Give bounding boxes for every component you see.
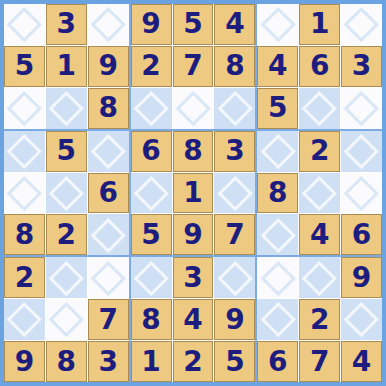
given-digit: 9 (15, 348, 34, 376)
cell-r1c5: 5 (173, 4, 214, 45)
cell-r8c8: 2 (299, 299, 340, 340)
cell-r9c3: 3 (88, 341, 129, 382)
cell-r9c9: 4 (341, 341, 382, 382)
diamond-pattern (260, 134, 295, 169)
cell-r5c9[interactable] (341, 173, 382, 214)
cell-r8c4: 8 (131, 299, 172, 340)
sudoku-boxes: 3519895427814635568268315972846279833849… (4, 4, 382, 382)
diamond-pattern (302, 260, 337, 295)
given-digit: 8 (225, 52, 244, 80)
given-digit: 6 (268, 348, 287, 376)
given-digit: 3 (225, 137, 244, 165)
cell-r2c2: 1 (46, 46, 87, 87)
cell-r5c4[interactable] (131, 173, 172, 214)
cell-r7c1: 2 (4, 257, 45, 298)
given-digit: 5 (15, 52, 34, 80)
given-digit: 3 (352, 52, 371, 80)
given-digit: 7 (310, 348, 329, 376)
given-digit: 2 (183, 348, 202, 376)
cell-r1c1[interactable] (4, 4, 45, 45)
cell-r1c3[interactable] (88, 4, 129, 45)
cell-r2c8: 6 (299, 46, 340, 87)
given-digit: 2 (141, 52, 160, 80)
given-digit: 1 (141, 348, 160, 376)
box-2-3: 2846 (257, 131, 382, 256)
diamond-pattern (49, 260, 84, 295)
cell-r5c6[interactable] (214, 173, 255, 214)
cell-r7c7[interactable] (257, 257, 298, 298)
given-digit: 7 (98, 306, 117, 334)
given-digit: 7 (183, 52, 202, 80)
cell-r3c6[interactable] (214, 88, 255, 129)
cell-r9c2: 8 (46, 341, 87, 382)
diamond-pattern (302, 176, 337, 211)
cell-r1c2: 3 (46, 4, 87, 45)
cell-r6c1: 8 (4, 214, 45, 255)
given-digit: 4 (352, 348, 371, 376)
box-3-1: 27983 (4, 257, 129, 382)
cell-r6c9: 6 (341, 214, 382, 255)
given-digit: 2 (310, 137, 329, 165)
given-digit: 8 (183, 137, 202, 165)
diamond-pattern (218, 260, 253, 295)
cell-r3c8[interactable] (299, 88, 340, 129)
given-digit: 9 (98, 52, 117, 80)
given-digit: 4 (268, 52, 287, 80)
diamond-pattern (260, 7, 295, 42)
diamond-pattern (49, 176, 84, 211)
cell-r3c3: 8 (88, 88, 129, 129)
cell-r1c8: 1 (299, 4, 340, 45)
given-digit: 3 (57, 10, 76, 38)
diamond-pattern (7, 7, 42, 42)
cell-r4c6: 3 (214, 131, 255, 172)
given-digit: 1 (57, 52, 76, 80)
cell-r6c5: 9 (173, 214, 214, 255)
cell-r4c5: 8 (173, 131, 214, 172)
cell-r5c1[interactable] (4, 173, 45, 214)
cell-r2c7: 4 (257, 46, 298, 87)
given-digit: 2 (15, 264, 34, 292)
given-digit: 6 (352, 221, 371, 249)
given-digit: 8 (141, 306, 160, 334)
diamond-pattern (218, 176, 253, 211)
cell-r6c2: 2 (46, 214, 87, 255)
given-digit: 9 (225, 306, 244, 334)
box-2-1: 5682 (4, 131, 129, 256)
cell-r8c2[interactable] (46, 299, 87, 340)
diamond-pattern (344, 134, 379, 169)
diamond-pattern (7, 91, 42, 126)
given-digit: 2 (57, 221, 76, 249)
cell-r6c4: 5 (131, 214, 172, 255)
given-digit: 9 (352, 264, 371, 292)
diamond-pattern (91, 260, 126, 295)
cell-r2c5: 7 (173, 46, 214, 87)
given-digit: 5 (225, 348, 244, 376)
cell-r7c3[interactable] (88, 257, 129, 298)
cell-r5c2[interactable] (46, 173, 87, 214)
cell-r2c3: 9 (88, 46, 129, 87)
given-digit: 7 (225, 221, 244, 249)
diamond-pattern (7, 176, 42, 211)
cell-r4c4: 6 (131, 131, 172, 172)
cell-r2c1: 5 (4, 46, 45, 87)
box-1-3: 14635 (257, 4, 382, 129)
cell-r9c7: 6 (257, 341, 298, 382)
given-digit: 8 (98, 94, 117, 122)
box-3-3: 92674 (257, 257, 382, 382)
given-digit: 4 (310, 221, 329, 249)
diamond-pattern (176, 91, 211, 126)
cell-r6c8: 4 (299, 214, 340, 255)
diamond-pattern (49, 302, 84, 337)
diamond-pattern (218, 91, 253, 126)
diamond-pattern (7, 134, 42, 169)
diamond-pattern (91, 7, 126, 42)
diamond-pattern (260, 260, 295, 295)
given-digit: 5 (141, 221, 160, 249)
cell-r7c5: 3 (173, 257, 214, 298)
given-digit: 6 (310, 52, 329, 80)
cell-r4c7[interactable] (257, 131, 298, 172)
cell-r8c9[interactable] (341, 299, 382, 340)
cell-r4c8: 2 (299, 131, 340, 172)
diamond-pattern (302, 91, 337, 126)
cell-r5c5: 1 (173, 173, 214, 214)
cell-r8c5: 4 (173, 299, 214, 340)
given-digit: 9 (141, 10, 160, 38)
cell-r2c9: 3 (341, 46, 382, 87)
cell-r9c5: 2 (173, 341, 214, 382)
given-digit: 8 (57, 348, 76, 376)
cell-r7c9: 9 (341, 257, 382, 298)
cell-r8c3: 7 (88, 299, 129, 340)
cell-r2c6: 8 (214, 46, 255, 87)
diamond-pattern (134, 91, 169, 126)
cell-r3c5[interactable] (173, 88, 214, 129)
cell-r4c3[interactable] (88, 131, 129, 172)
cell-r3c7: 5 (257, 88, 298, 129)
given-digit: 6 (141, 137, 160, 165)
cell-r8c1[interactable] (4, 299, 45, 340)
cell-r4c1[interactable] (4, 131, 45, 172)
cell-r3c1[interactable] (4, 88, 45, 129)
diamond-pattern (49, 91, 84, 126)
cell-r3c9[interactable] (341, 88, 382, 129)
cell-r6c7[interactable] (257, 214, 298, 255)
cell-r7c8[interactable] (299, 257, 340, 298)
cell-r4c9[interactable] (341, 131, 382, 172)
cell-r7c4[interactable] (131, 257, 172, 298)
cell-r6c6: 7 (214, 214, 255, 255)
given-digit: 1 (183, 179, 202, 207)
given-digit: 5 (268, 94, 287, 122)
sudoku-board: 3519895427814635568268315972846279833849… (0, 0, 386, 386)
cell-r1c4: 9 (131, 4, 172, 45)
diamond-pattern (134, 260, 169, 295)
cell-r8c7[interactable] (257, 299, 298, 340)
given-digit: 5 (57, 137, 76, 165)
box-1-2: 954278 (131, 4, 256, 129)
given-digit: 2 (310, 306, 329, 334)
cell-r1c9[interactable] (341, 4, 382, 45)
cell-r6c3[interactable] (88, 214, 129, 255)
cell-r5c3: 6 (88, 173, 129, 214)
cell-r7c2[interactable] (46, 257, 87, 298)
given-digit: 3 (98, 348, 117, 376)
cell-r9c1: 9 (4, 341, 45, 382)
diamond-pattern (344, 7, 379, 42)
given-digit: 4 (183, 306, 202, 334)
cell-r8c6: 9 (214, 299, 255, 340)
given-digit: 6 (98, 179, 117, 207)
diamond-pattern (260, 302, 295, 337)
diamond-pattern (7, 302, 42, 337)
given-digit: 8 (268, 179, 287, 207)
given-digit: 4 (225, 10, 244, 38)
diamond-pattern (91, 218, 126, 253)
cell-r3c4[interactable] (131, 88, 172, 129)
cell-r5c7: 8 (257, 173, 298, 214)
cell-r7c6[interactable] (214, 257, 255, 298)
cell-r9c4: 1 (131, 341, 172, 382)
given-digit: 9 (183, 221, 202, 249)
cell-r9c8: 7 (299, 341, 340, 382)
diamond-pattern (91, 134, 126, 169)
given-digit: 5 (183, 10, 202, 38)
cell-r3c2[interactable] (46, 88, 87, 129)
cell-r5c8[interactable] (299, 173, 340, 214)
box-2-2: 6831597 (131, 131, 256, 256)
given-digit: 3 (183, 264, 202, 292)
diamond-pattern (344, 176, 379, 211)
diamond-pattern (344, 91, 379, 126)
box-3-2: 3849125 (131, 257, 256, 382)
cell-r1c7[interactable] (257, 4, 298, 45)
cell-r1c6: 4 (214, 4, 255, 45)
cell-r4c2: 5 (46, 131, 87, 172)
given-digit: 1 (310, 10, 329, 38)
diamond-pattern (134, 176, 169, 211)
diamond-pattern (344, 302, 379, 337)
cell-r2c4: 2 (131, 46, 172, 87)
diamond-pattern (260, 218, 295, 253)
box-1-1: 35198 (4, 4, 129, 129)
given-digit: 8 (15, 221, 34, 249)
cell-r9c6: 5 (214, 341, 255, 382)
